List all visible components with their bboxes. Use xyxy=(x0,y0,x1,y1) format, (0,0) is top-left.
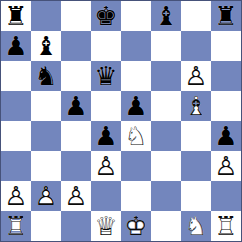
square-b4[interactable] xyxy=(31,121,61,151)
square-e1[interactable]: ♚♔ xyxy=(121,211,151,241)
square-f5[interactable] xyxy=(151,91,181,121)
square-e8[interactable] xyxy=(121,1,151,31)
square-f8[interactable]: ♝ xyxy=(151,1,181,31)
square-b7[interactable]: ♝ xyxy=(31,31,61,61)
white-pawn-icon: ♟♙ xyxy=(34,183,57,209)
black-king-icon: ♚ xyxy=(94,3,117,29)
square-h3[interactable]: ♟♙ xyxy=(211,151,241,181)
square-b6[interactable]: ♞ xyxy=(31,61,61,91)
white-queen-icon: ♛♕ xyxy=(94,213,117,239)
square-f7[interactable] xyxy=(151,31,181,61)
square-f1[interactable] xyxy=(151,211,181,241)
square-e2[interactable] xyxy=(121,181,151,211)
square-g1[interactable]: ♞♘ xyxy=(181,211,211,241)
square-h4[interactable]: ♟ xyxy=(211,121,241,151)
white-pawn-icon: ♟♙ xyxy=(64,183,87,209)
square-c1[interactable] xyxy=(61,211,91,241)
black-knight-icon: ♞ xyxy=(34,63,57,89)
square-c7[interactable] xyxy=(61,31,91,61)
square-b1[interactable] xyxy=(31,211,61,241)
black-pawn-icon: ♟ xyxy=(4,33,27,59)
white-rook-icon: ♜♖ xyxy=(4,213,27,239)
square-d7[interactable] xyxy=(91,31,121,61)
square-c3[interactable] xyxy=(61,151,91,181)
square-a3[interactable] xyxy=(1,151,31,181)
black-pawn-icon: ♟ xyxy=(214,123,237,149)
square-h5[interactable] xyxy=(211,91,241,121)
square-a6[interactable] xyxy=(1,61,31,91)
square-c6[interactable] xyxy=(61,61,91,91)
black-queen-icon: ♛ xyxy=(94,63,117,89)
square-g5[interactable]: ♝♗ xyxy=(181,91,211,121)
square-f4[interactable] xyxy=(151,121,181,151)
square-c8[interactable] xyxy=(61,1,91,31)
black-bishop-icon: ♝ xyxy=(154,3,177,29)
square-g7[interactable] xyxy=(181,31,211,61)
square-e7[interactable] xyxy=(121,31,151,61)
square-b3[interactable] xyxy=(31,151,61,181)
square-h6[interactable] xyxy=(211,61,241,91)
square-d2[interactable] xyxy=(91,181,121,211)
square-h2[interactable] xyxy=(211,181,241,211)
square-e6[interactable] xyxy=(121,61,151,91)
square-d5[interactable] xyxy=(91,91,121,121)
square-g3[interactable] xyxy=(181,151,211,181)
square-f2[interactable] xyxy=(151,181,181,211)
square-c5[interactable]: ♟ xyxy=(61,91,91,121)
square-d6[interactable]: ♛ xyxy=(91,61,121,91)
white-king-icon: ♚♔ xyxy=(124,213,147,239)
square-b2[interactable]: ♟♙ xyxy=(31,181,61,211)
square-d3[interactable]: ♟♙ xyxy=(91,151,121,181)
square-a5[interactable] xyxy=(1,91,31,121)
square-a2[interactable]: ♟♙ xyxy=(1,181,31,211)
white-pawn-icon: ♟♙ xyxy=(184,63,207,89)
square-e4[interactable]: ♞♘ xyxy=(121,121,151,151)
white-bishop-icon: ♝♗ xyxy=(184,93,207,119)
square-h8[interactable]: ♜ xyxy=(211,1,241,31)
black-rook-icon: ♜ xyxy=(4,3,27,29)
chess-board: ♜♚♝♜♟♝♞♛♟♙♟♟♝♗♟♞♘♟♟♙♟♙♟♙♟♙♟♙♜♖♛♕♚♔♞♘♜♖ xyxy=(0,0,242,242)
square-b5[interactable] xyxy=(31,91,61,121)
square-a4[interactable] xyxy=(1,121,31,151)
black-pawn-icon: ♟ xyxy=(94,123,117,149)
white-rook-icon: ♜♖ xyxy=(214,213,237,239)
white-knight-icon: ♞♘ xyxy=(184,213,207,239)
square-d4[interactable]: ♟ xyxy=(91,121,121,151)
square-f6[interactable] xyxy=(151,61,181,91)
square-a7[interactable]: ♟ xyxy=(1,31,31,61)
square-g8[interactable] xyxy=(181,1,211,31)
black-bishop-icon: ♝ xyxy=(34,33,57,59)
black-pawn-icon: ♟ xyxy=(64,93,87,119)
black-rook-icon: ♜ xyxy=(214,3,237,29)
white-pawn-icon: ♟♙ xyxy=(4,183,27,209)
square-c2[interactable]: ♟♙ xyxy=(61,181,91,211)
black-pawn-icon: ♟ xyxy=(124,93,147,119)
square-d8[interactable]: ♚ xyxy=(91,1,121,31)
square-h1[interactable]: ♜♖ xyxy=(211,211,241,241)
square-e5[interactable]: ♟ xyxy=(121,91,151,121)
square-f3[interactable] xyxy=(151,151,181,181)
square-b8[interactable] xyxy=(31,1,61,31)
square-c4[interactable] xyxy=(61,121,91,151)
white-pawn-icon: ♟♙ xyxy=(214,153,237,179)
square-e3[interactable] xyxy=(121,151,151,181)
square-d1[interactable]: ♛♕ xyxy=(91,211,121,241)
square-g2[interactable] xyxy=(181,181,211,211)
square-h7[interactable] xyxy=(211,31,241,61)
square-g4[interactable] xyxy=(181,121,211,151)
white-pawn-icon: ♟♙ xyxy=(94,153,117,179)
square-a1[interactable]: ♜♖ xyxy=(1,211,31,241)
square-g6[interactable]: ♟♙ xyxy=(181,61,211,91)
square-a8[interactable]: ♜ xyxy=(1,1,31,31)
white-knight-icon: ♞♘ xyxy=(124,123,147,149)
